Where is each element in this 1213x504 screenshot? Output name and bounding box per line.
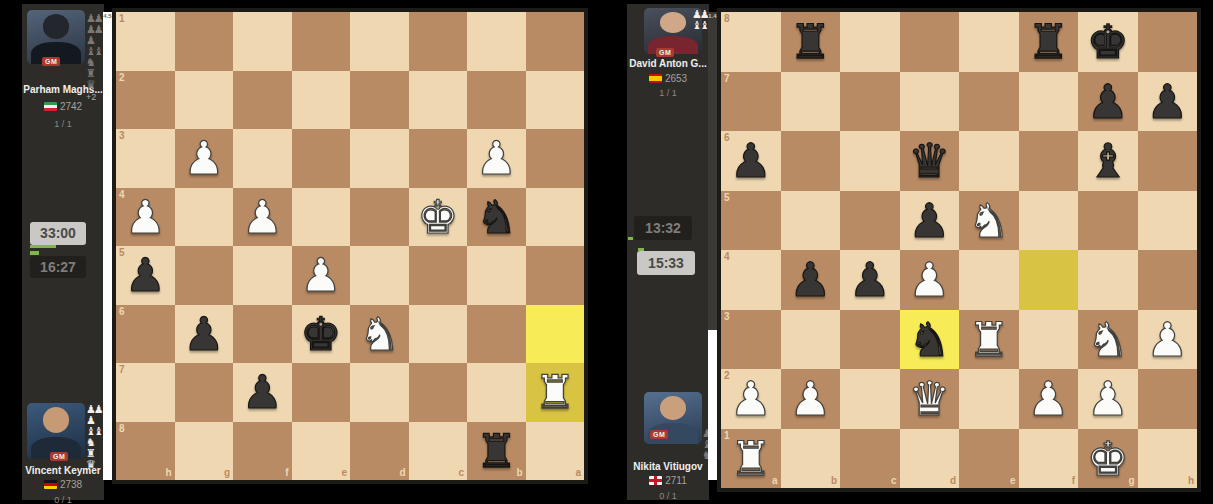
square-f5[interactable] [1019,191,1079,251]
square-c4[interactable]: ♚ [409,188,468,247]
square-b1[interactable] [467,12,526,71]
player-name: Nikita Vitiugov [627,461,709,472]
file-label-d: d [399,468,405,478]
square-h8[interactable] [1138,12,1198,72]
piece-black-pawn[interactable]: ♟ [233,363,292,422]
rank-label-5: 5 [724,193,730,203]
piece-white-king[interactable]: ♚ [1078,429,1138,489]
piece-black-pawn[interactable]: ♟ [781,250,841,310]
country-flag [44,102,57,111]
piece-white-pawn[interactable]: ♟ [781,369,841,429]
piece-black-pawn[interactable]: ♟ [1138,72,1198,132]
piece-white-rook[interactable]: ♜ [526,363,585,422]
square-d3[interactable] [350,129,409,188]
square-e2[interactable] [959,369,1019,429]
square-h7[interactable]: 7 [116,363,175,422]
square-h5[interactable] [1138,191,1198,251]
player-photo-keymer [27,403,85,459]
square-b5[interactable] [781,191,841,251]
square-f5[interactable] [233,246,292,305]
piece-black-king[interactable]: ♚ [292,305,351,364]
square-f1[interactable]: f [1019,429,1079,489]
square-b7[interactable] [781,72,841,132]
rank-label-6: 6 [119,307,125,317]
square-g6[interactable]: ♟ [175,305,234,364]
square-c7[interactable] [409,363,468,422]
square-f3[interactable] [1019,310,1079,370]
square-g7[interactable] [175,363,234,422]
square-h3[interactable]: ♟ [1138,310,1198,370]
square-h7[interactable]: ♟ [1138,72,1198,132]
square-a5[interactable] [526,246,585,305]
square-b2[interactable]: ♟ [781,369,841,429]
square-g5[interactable] [1078,191,1138,251]
square-c8[interactable]: c [409,422,468,481]
player-photo-maghsoodloo [27,10,85,64]
square-d1[interactable]: d [900,429,960,489]
square-d6[interactable]: ♞ [350,305,409,364]
piece-white-pawn[interactable]: ♟ [233,188,292,247]
square-e6[interactable] [959,131,1019,191]
file-label-e: e [341,468,347,478]
square-f8[interactable]: ♜ [1019,12,1079,72]
square-h4[interactable]: 4♟ [116,188,175,247]
square-c1[interactable]: c [840,429,900,489]
square-h5[interactable]: 5♟ [116,246,175,305]
square-b8[interactable]: b♜ [467,422,526,481]
piece-white-rook[interactable]: ♜ [721,429,781,489]
captured-black-queen: ♛ [86,79,102,90]
square-d1[interactable] [350,12,409,71]
square-a6[interactable] [526,305,585,364]
piece-white-queen[interactable]: ♛ [900,369,960,429]
piece-black-rook[interactable]: ♜ [781,12,841,72]
rank-label-7: 7 [724,74,730,84]
square-e2[interactable] [292,71,351,130]
square-b4[interactable]: ♞ [467,188,526,247]
square-e6[interactable]: ♚ [292,305,351,364]
square-g5[interactable] [175,246,234,305]
piece-black-pawn[interactable]: ♟ [900,191,960,251]
square-g2[interactable]: ♟ [1078,369,1138,429]
clock-bottom: 16:27 [30,256,86,278]
photo-silhouette [660,12,687,33]
square-g4[interactable] [1078,250,1138,310]
square-d5[interactable] [350,246,409,305]
player-rating: 2738 [22,479,104,490]
clock-top: 13:32 [634,216,692,240]
square-b3[interactable]: ♟ [467,129,526,188]
square-e3[interactable] [292,129,351,188]
square-g1[interactable] [175,12,234,71]
square-d2[interactable] [350,71,409,130]
square-h4[interactable] [1138,250,1198,310]
country-flag [44,480,57,489]
square-e4[interactable] [292,188,351,247]
square-b5[interactable] [467,246,526,305]
square-d5[interactable]: ♟ [900,191,960,251]
square-e1[interactable]: e [959,429,1019,489]
piece-black-pawn[interactable]: ♟ [116,246,175,305]
square-c4[interactable]: ♟ [840,250,900,310]
file-label-c: c [458,468,464,478]
file-label-g: g [224,468,230,478]
square-a2[interactable] [526,71,585,130]
square-f7[interactable] [1019,72,1079,132]
square-a2[interactable]: 2♟ [721,369,781,429]
eval-bar-white-fill [103,12,112,480]
match-score: 1 / 1 [22,119,104,129]
square-d4[interactable] [350,188,409,247]
square-c3[interactable] [840,310,900,370]
square-g2[interactable] [175,71,234,130]
file-label-d: d [950,476,956,486]
square-a4[interactable] [526,188,585,247]
square-h6[interactable] [1138,131,1198,191]
piece-white-pawn[interactable]: ♟ [900,250,960,310]
right-game-sidebar: GM David Anton G... 2653 1 / 1 13:32 15:… [627,4,709,500]
gm-title-badge: GM [656,48,674,57]
square-g4[interactable] [175,188,234,247]
captured-white-bishop-group: ♝♝ [692,20,708,31]
square-a3[interactable]: 3 [721,310,781,370]
piece-black-pawn[interactable]: ♟ [175,305,234,364]
square-e8[interactable]: e [292,422,351,481]
gm-title-badge: GM [650,430,668,439]
square-d2[interactable]: ♛ [900,369,960,429]
piece-black-queen[interactable]: ♛ [900,131,960,191]
square-a3[interactable] [526,129,585,188]
square-e8[interactable] [959,12,1019,72]
captured-white-queen: ♛ [86,459,102,470]
square-f3[interactable] [233,129,292,188]
captured-pieces-by-black: ♟♟♝♝ [692,9,708,31]
piece-black-pawn[interactable]: ♟ [840,250,900,310]
square-g3[interactable]: ♞ [1078,310,1138,370]
square-b7[interactable] [467,363,526,422]
piece-white-knight[interactable]: ♞ [959,191,1019,251]
square-a1[interactable]: 1a♜ [721,429,781,489]
rank-label-8: 8 [119,424,125,434]
file-label-f: f [1072,476,1075,486]
piece-black-pawn[interactable]: ♟ [1078,72,1138,132]
square-e7[interactable] [292,363,351,422]
square-a7[interactable]: ♜ [526,363,585,422]
piece-white-king[interactable]: ♚ [409,188,468,247]
file-label-h: h [165,468,171,478]
piece-white-rook[interactable]: ♜ [959,310,1019,370]
piece-black-king[interactable]: ♚ [1078,12,1138,72]
square-a8[interactable]: a [526,422,585,481]
player-name: David Anton G... [627,58,709,69]
square-e5[interactable]: ♟ [292,246,351,305]
piece-black-rook[interactable]: ♜ [467,422,526,481]
square-g6[interactable]: ♝ [1078,131,1138,191]
square-f8[interactable]: f [233,422,292,481]
gm-title-badge: GM [50,452,68,461]
file-label-c: c [891,476,897,486]
square-b1[interactable]: b [781,429,841,489]
square-a8[interactable]: 8 [721,12,781,72]
clock-progress-bar [30,245,56,248]
piece-black-knight[interactable]: ♞ [900,310,960,370]
chess-board-right[interactable]: 8♜♜♚7♟♟6♟♛♝5♟♞4♟♟♟3♞♜♞♟2♟♟♛♟♟1a♜bcdefg♚h [721,12,1197,488]
square-c5[interactable] [409,246,468,305]
square-g8[interactable]: g [175,422,234,481]
square-c2[interactable] [409,71,468,130]
clock-tick [30,251,39,255]
eval-bar-white-fill [708,330,717,480]
square-a7[interactable]: 7 [721,72,781,132]
square-e5[interactable]: ♞ [959,191,1019,251]
square-c7[interactable] [840,72,900,132]
material-advantage: +2 [86,92,102,103]
square-b6[interactable] [781,131,841,191]
square-d4[interactable]: ♟ [900,250,960,310]
square-f6[interactable] [1019,131,1079,191]
square-f2[interactable]: ♟ [1019,369,1079,429]
square-a1[interactable] [526,12,585,71]
captured-pieces-by-white: ♟♟♟♟♟♝♝♞♜♛+2 [86,13,102,103]
square-b2[interactable] [467,71,526,130]
piece-white-pawn[interactable]: ♟ [175,129,234,188]
square-b3[interactable] [781,310,841,370]
rank-label-7: 7 [119,365,125,375]
file-label-f: f [285,468,288,478]
square-e4[interactable] [959,250,1019,310]
square-f6[interactable] [233,305,292,364]
square-a6[interactable]: 6♟ [721,131,781,191]
chess-board-left[interactable]: 123♟♟4♟♟♚♞5♟♟6♟♚♞7♟♜8hgfedcb♜a [116,12,584,480]
piece-black-bishop[interactable]: ♝ [1078,131,1138,191]
square-g3[interactable]: ♟ [175,129,234,188]
player-rating: 2653 [627,73,709,84]
eval-bar: 4.5 [103,12,112,480]
square-g7[interactable]: ♟ [1078,72,1138,132]
match-score: 1 / 1 [627,88,709,98]
piece-white-pawn[interactable]: ♟ [292,246,351,305]
rank-label-2: 2 [119,73,125,83]
square-f2[interactable] [233,71,292,130]
eval-score: 4.5 [103,13,112,19]
square-f4[interactable]: ♟ [233,188,292,247]
square-d8[interactable] [900,12,960,72]
square-b4[interactable]: ♟ [781,250,841,310]
square-a5[interactable]: 5 [721,191,781,251]
square-c5[interactable] [840,191,900,251]
captured-pieces-by-black: ♟♟♟♝♝♞♜♛ [86,404,102,470]
square-d7[interactable] [350,363,409,422]
square-g1[interactable]: g♚ [1078,429,1138,489]
square-b6[interactable] [467,305,526,364]
square-e7[interactable] [959,72,1019,132]
piece-white-pawn[interactable]: ♟ [467,129,526,188]
square-c3[interactable] [409,129,468,188]
gm-title-badge: GM [42,57,60,66]
square-b8[interactable]: ♜ [781,12,841,72]
piece-white-pawn[interactable]: ♟ [1019,369,1079,429]
rank-label-4: 4 [724,252,730,262]
rank-label-3: 3 [119,131,125,141]
rank-label-1: 1 [119,14,125,24]
square-c6[interactable] [840,131,900,191]
square-h1[interactable]: 1 [116,12,175,71]
piece-black-rook[interactable]: ♜ [1019,12,1079,72]
square-e3[interactable]: ♜ [959,310,1019,370]
eval-bar: 1.4 [708,12,717,480]
file-label-e: e [1010,476,1016,486]
square-f7[interactable]: ♟ [233,363,292,422]
player-rating: 2711 [627,475,709,486]
piece-black-pawn[interactable]: ♟ [721,131,781,191]
square-h3[interactable]: 3 [116,129,175,188]
rank-label-8: 8 [724,14,730,24]
file-label-h: h [1188,476,1194,486]
square-d6[interactable]: ♛ [900,131,960,191]
piece-white-knight[interactable]: ♞ [1078,310,1138,370]
rank-label-3: 3 [724,312,730,322]
country-flag [649,476,662,485]
square-h6[interactable]: 6 [116,305,175,364]
file-label-b: b [831,476,837,486]
piece-white-pawn[interactable]: ♟ [721,369,781,429]
clock-top: 33:00 [30,222,86,245]
file-label-a: a [575,468,581,478]
square-f4[interactable] [1019,250,1079,310]
square-h1[interactable]: h [1138,429,1198,489]
country-flag [649,74,662,83]
piece-white-pawn[interactable]: ♟ [1138,310,1198,370]
match-score: 0 / 1 [22,495,104,504]
square-a4[interactable]: 4 [721,250,781,310]
piece-black-knight[interactable]: ♞ [467,188,526,247]
square-c8[interactable] [840,12,900,72]
piece-white-pawn[interactable]: ♟ [1078,369,1138,429]
square-h8[interactable]: 8h [116,422,175,481]
clock-tick [628,237,633,240]
square-c6[interactable] [409,305,468,364]
square-d7[interactable] [900,72,960,132]
square-c1[interactable] [409,12,468,71]
square-f1[interactable] [233,12,292,71]
square-d3[interactable]: ♞ [900,310,960,370]
photo-silhouette [43,14,70,39]
square-e1[interactable] [292,12,351,71]
photo-silhouette [660,396,687,420]
square-c2[interactable] [840,369,900,429]
match-score: 0 / 1 [627,491,709,501]
piece-white-knight[interactable]: ♞ [350,305,409,364]
photo-silhouette [43,407,70,433]
square-h2[interactable]: 2 [116,71,175,130]
square-d8[interactable]: d [350,422,409,481]
square-g8[interactable]: ♚ [1078,12,1138,72]
square-h2[interactable] [1138,369,1198,429]
piece-white-pawn[interactable]: ♟ [116,188,175,247]
clock-bottom: 15:33 [637,251,695,275]
eval-score: 1.4 [708,13,717,19]
